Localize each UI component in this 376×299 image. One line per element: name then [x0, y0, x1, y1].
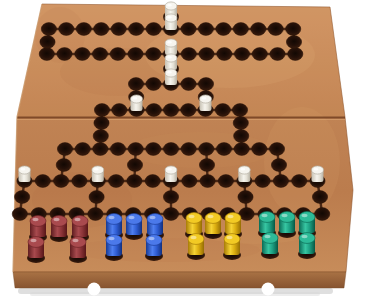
board-hole-row2: [181, 48, 196, 61]
board-hole-connector: [56, 159, 71, 172]
board-hole-row4: [94, 104, 109, 117]
board-hole-row7: [163, 208, 178, 221]
peg-red-2[interactable]: [50, 216, 68, 242]
board-hole-row4: [112, 104, 127, 117]
board-hole-row2: [39, 48, 54, 61]
board-hole-connector: [163, 191, 178, 204]
board-hole-row4: [146, 104, 161, 117]
board-hole-connector: [312, 191, 327, 204]
board-hole-row5: [163, 143, 178, 156]
peg-blue-5[interactable]: [145, 235, 163, 261]
board-hole-row6: [218, 175, 233, 188]
board-hole-connector: [15, 191, 30, 204]
board-hole-row3: [198, 78, 213, 91]
peg-white-10[interactable]: [165, 166, 178, 186]
peg-green-4[interactable]: [261, 233, 279, 259]
board-hole-row1: [181, 23, 196, 36]
board-hole-connector: [127, 159, 142, 172]
board-hole-row7: [12, 208, 27, 221]
board-hole-row7: [315, 208, 330, 221]
game-board: [0, 0, 376, 299]
board-hole-row1: [94, 23, 109, 36]
board-hole-row3: [146, 78, 161, 91]
board-hole-connector: [238, 191, 253, 204]
board-hole-row2: [75, 48, 90, 61]
board-hole-row2: [252, 48, 267, 61]
board-hole-row5: [216, 143, 231, 156]
board-hole-row1: [251, 23, 266, 36]
board-hole-connector: [233, 117, 248, 130]
board-hole-row6: [109, 175, 124, 188]
board-hole-row1: [41, 23, 56, 36]
board-hole-row3: [128, 78, 143, 91]
board-hole-row5: [199, 143, 214, 156]
board-hole-row5: [269, 143, 284, 156]
peg-white-11[interactable]: [238, 166, 251, 186]
board-hole-row1: [268, 23, 283, 36]
peg-white-12[interactable]: [311, 166, 324, 186]
board-hole-row1: [233, 23, 248, 36]
board-hole-row6: [54, 175, 69, 188]
board-hole-row6: [200, 175, 215, 188]
board-hole-row5: [146, 143, 161, 156]
board-hole-row1: [76, 23, 91, 36]
board-hole-row1: [198, 23, 213, 36]
board-hole-connector: [199, 159, 214, 172]
board-hole-row2: [199, 48, 214, 61]
board-hole-row6: [72, 175, 87, 188]
board-hole-connector: [286, 36, 301, 49]
peg-yellow-2[interactable]: [204, 213, 222, 239]
peg-white-7[interactable]: [199, 95, 212, 115]
board-hole-connector: [234, 130, 249, 143]
board-hole-row2: [217, 48, 232, 61]
board-hole-row5: [75, 143, 90, 156]
board-hole-row5: [93, 143, 108, 156]
board-hole-row2: [57, 48, 72, 61]
board-hole-row2: [270, 48, 285, 61]
board-hole-row6: [182, 175, 197, 188]
peg-white-5[interactable]: [165, 69, 178, 89]
peg-blue-4[interactable]: [105, 235, 123, 261]
board-hole-row1: [129, 23, 144, 36]
peg-yellow-4[interactable]: [187, 234, 205, 260]
board-hole-row4: [181, 104, 196, 117]
board-hole-row1: [146, 23, 161, 36]
board-hole-row5: [252, 143, 267, 156]
board-hole-row1: [216, 23, 231, 36]
peg-yellow-5[interactable]: [223, 234, 241, 260]
board-hole-row1: [111, 23, 126, 36]
board-hole-row6: [273, 175, 288, 188]
board-hole-row5: [128, 143, 143, 156]
board-hole-row6: [292, 175, 307, 188]
board-hole-row2: [110, 48, 125, 61]
board-hole-row5: [181, 143, 196, 156]
board-hole-row2: [146, 48, 161, 61]
board-hole-row6: [255, 175, 270, 188]
peg-red-4[interactable]: [27, 237, 45, 263]
peg-blue-2[interactable]: [125, 214, 143, 240]
peg-green-2[interactable]: [278, 212, 296, 238]
board-hole-row3: [181, 78, 196, 91]
board-hole-row7: [88, 208, 103, 221]
board-hole-row6: [127, 175, 142, 188]
board-hole-connector: [94, 117, 109, 130]
peg-white-6[interactable]: [130, 95, 143, 115]
board-hole-row5: [234, 143, 249, 156]
barricade-board-photo: [0, 0, 376, 299]
peg-white-8[interactable]: [18, 166, 31, 186]
board-hole-row1: [286, 23, 301, 36]
board-hole-row4: [215, 104, 230, 117]
board-hole-connector: [271, 159, 286, 172]
board-hole-row5: [57, 143, 72, 156]
board-hole-row6: [35, 175, 50, 188]
board-hole-row2: [288, 48, 303, 61]
board-hole-row6: [145, 175, 160, 188]
board-hole-row4: [232, 104, 247, 117]
peg-white-9[interactable]: [91, 166, 104, 186]
board-hole-row2: [234, 48, 249, 61]
board-hole-connector: [93, 130, 108, 143]
board-hole-connector: [40, 36, 55, 49]
board-hole-connector: [89, 191, 104, 204]
board-hole-row2: [92, 48, 107, 61]
board-hole-row2: [128, 48, 143, 61]
peg-white-2[interactable]: [165, 14, 178, 34]
board-hole-row5: [110, 143, 125, 156]
peg-green-5[interactable]: [298, 233, 316, 259]
peg-red-5[interactable]: [69, 237, 87, 263]
board-hole-row1: [59, 23, 74, 36]
board-hole-row4: [163, 104, 178, 117]
